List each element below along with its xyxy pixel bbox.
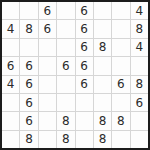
grid-cell-r2c5[interactable]: 6	[76, 20, 93, 37]
given-digit: 4	[135, 41, 143, 53]
grid-cell-r4c3[interactable]	[39, 57, 56, 74]
grid-cell-r6c1[interactable]	[2, 94, 19, 111]
given-digit: 6	[80, 60, 88, 72]
grid-cell-r1c5[interactable]: 6	[76, 2, 93, 19]
grid-cell-r6c3[interactable]	[39, 94, 56, 111]
grid-cell-r3c5[interactable]: 6	[76, 39, 93, 56]
grid-cell-r7c1[interactable]	[2, 112, 19, 129]
grid-cell-r8c5[interactable]	[76, 131, 93, 148]
grid-cell-r3c1[interactable]	[2, 39, 19, 56]
grid-cell-r2c7[interactable]	[112, 20, 129, 37]
grid-cell-r7c8[interactable]	[131, 112, 148, 129]
given-digit: 8	[99, 133, 107, 145]
grid-cell-r1c1[interactable]	[2, 2, 19, 19]
grid-cell-r3c7[interactable]	[112, 39, 129, 56]
grid-cell-r3c8[interactable]: 4	[131, 39, 148, 56]
grid-cell-r3c4[interactable]	[57, 39, 74, 56]
grid-cell-r1c2[interactable]	[20, 2, 37, 19]
given-digit: 4	[135, 5, 143, 17]
given-digit: 8	[99, 41, 107, 53]
grid-cell-r5c2[interactable]: 6	[20, 76, 37, 93]
grid-cell-r8c3[interactable]	[39, 131, 56, 148]
grid-cell-r4c6[interactable]	[94, 57, 111, 74]
grid-cell-r3c3[interactable]	[39, 39, 56, 56]
grid-cell-r2c2[interactable]: 8	[20, 20, 37, 37]
given-digit: 6	[44, 23, 52, 35]
grid-cell-r8c4[interactable]: 8	[57, 131, 74, 148]
grid-cell-r7c3[interactable]	[39, 112, 56, 129]
given-digit: 6	[7, 60, 15, 72]
grid-cell-r5c8[interactable]: 8	[131, 76, 148, 93]
given-digit: 8	[62, 115, 70, 127]
grid-cell-r2c8[interactable]: 8	[131, 20, 148, 37]
given-digit: 8	[62, 133, 70, 145]
grid-cell-r4c5[interactable]: 6	[76, 57, 93, 74]
given-digit: 6	[25, 78, 33, 90]
given-digit: 6	[62, 60, 70, 72]
grid-cell-r2c4[interactable]	[57, 20, 74, 37]
grid-cell-r2c6[interactable]	[94, 20, 111, 37]
grid-cell-r6c8[interactable]: 6	[131, 94, 148, 111]
grid-cell-r7c6[interactable]: 8	[94, 112, 111, 129]
sudoku-board: 66448668684666646668666888888	[0, 0, 150, 150]
given-digit: 6	[80, 23, 88, 35]
given-digit: 6	[25, 97, 33, 109]
grid-cell-r3c2[interactable]	[20, 39, 37, 56]
grid-cell-r8c7[interactable]	[112, 131, 129, 148]
given-digit: 8	[135, 23, 143, 35]
grid-cell-r5c7[interactable]: 6	[112, 76, 129, 93]
given-digit: 8	[25, 133, 33, 145]
grid-cell-r4c1[interactable]: 6	[2, 57, 19, 74]
grid-cell-r5c1[interactable]: 4	[2, 76, 19, 93]
grid-cell-r7c5[interactable]	[76, 112, 93, 129]
grid-cell-r6c6[interactable]	[94, 94, 111, 111]
grid-cell-r6c4[interactable]	[57, 94, 74, 111]
given-digit: 4	[7, 23, 15, 35]
grid-cell-r7c4[interactable]: 8	[57, 112, 74, 129]
given-digit: 8	[135, 78, 143, 90]
given-digit: 6	[80, 5, 88, 17]
given-digit: 6	[135, 97, 143, 109]
given-digit: 8	[25, 23, 33, 35]
grid-cell-r6c5[interactable]	[76, 94, 93, 111]
grid-cell-r8c6[interactable]: 8	[94, 131, 111, 148]
given-digit: 8	[99, 115, 107, 127]
grid-cell-r5c5[interactable]: 6	[76, 76, 93, 93]
grid-cell-r5c6[interactable]	[94, 76, 111, 93]
given-digit: 8	[117, 115, 125, 127]
given-digit: 6	[80, 78, 88, 90]
grid-cell-r1c3[interactable]: 6	[39, 2, 56, 19]
grid-cell-r4c8[interactable]	[131, 57, 148, 74]
given-digit: 6	[25, 60, 33, 72]
grid-cell-r1c4[interactable]	[57, 2, 74, 19]
grid-cell-r5c4[interactable]	[57, 76, 74, 93]
given-digit: 6	[25, 115, 33, 127]
grid-cell-r6c2[interactable]: 6	[20, 94, 37, 111]
grid-cell-r1c7[interactable]	[112, 2, 129, 19]
given-digit: 6	[44, 5, 52, 17]
grid-cell-r8c2[interactable]: 8	[20, 131, 37, 148]
grid-cell-r4c4[interactable]: 6	[57, 57, 74, 74]
grid-cell-r7c7[interactable]: 8	[112, 112, 129, 129]
grid-cell-r7c2[interactable]: 6	[20, 112, 37, 129]
grid-cell-r1c8[interactable]: 4	[131, 2, 148, 19]
given-digit: 6	[80, 41, 88, 53]
grid-cell-r1c6[interactable]	[94, 2, 111, 19]
given-digit: 6	[117, 78, 125, 90]
grid-cell-r4c7[interactable]	[112, 57, 129, 74]
grid-cell-r5c3[interactable]	[39, 76, 56, 93]
grid-cell-r8c8[interactable]	[131, 131, 148, 148]
given-digit: 4	[7, 78, 15, 90]
grid-cell-r3c6[interactable]: 8	[94, 39, 111, 56]
grid-cell-r6c7[interactable]	[112, 94, 129, 111]
grid-cell-r2c1[interactable]: 4	[2, 20, 19, 37]
grid-cell-r8c1[interactable]	[2, 131, 19, 148]
grid-cell-r2c3[interactable]: 6	[39, 20, 56, 37]
grid-cell-r4c2[interactable]: 6	[20, 57, 37, 74]
